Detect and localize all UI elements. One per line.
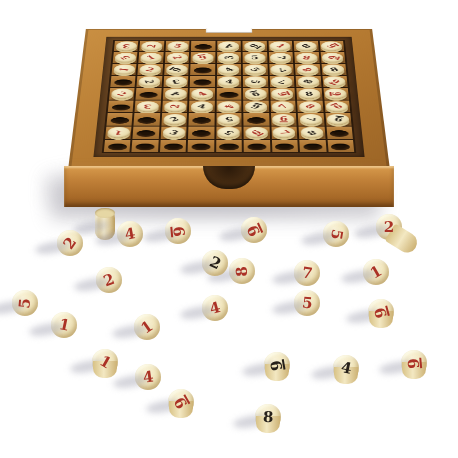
peg-digit: 9: [329, 78, 342, 84]
board-peg[interactable]: 8: [323, 65, 345, 75]
peg-hole: [195, 44, 212, 50]
peg-hole: [140, 92, 158, 98]
cell-r8c7[interactable]: 7: [271, 126, 297, 138]
board-peg[interactable]: 3: [162, 127, 185, 138]
loose-peg-8[interactable]: 8: [229, 258, 255, 284]
board-peg[interactable]: 5: [245, 65, 266, 75]
peg-digit: 6: [170, 225, 186, 237]
board-peg[interactable]: 3: [115, 41, 137, 50]
peg-hole: [136, 144, 155, 151]
board-peg[interactable]: 8: [299, 101, 322, 111]
cell-r5c5[interactable]: [216, 88, 241, 100]
board-peg[interactable]: 2: [164, 101, 186, 111]
board-peg[interactable]: 2: [141, 41, 162, 50]
peg-digit: 2: [384, 220, 394, 235]
peg-digit: 6: [250, 129, 264, 136]
peg-digit: 7: [275, 56, 286, 60]
peg-digit: 8: [301, 67, 314, 72]
peg-digit: 8: [302, 79, 315, 85]
peg-digit: 2: [145, 66, 157, 72]
lid-finger-notch: [206, 28, 252, 33]
peg-digit: 5: [119, 55, 132, 61]
cell-r8c9[interactable]: [326, 126, 353, 138]
peg-hole: [194, 80, 212, 86]
board-well: 3254918651263578912645788234578924496893…: [93, 37, 364, 157]
cell-r1c5[interactable]: 4: [217, 41, 241, 52]
cell-r7c8[interactable]: 7: [298, 113, 324, 125]
peg-digit: 8: [303, 103, 317, 110]
peg-digit: 8: [302, 55, 311, 61]
peg-digit: 6: [325, 43, 338, 49]
cell-r2c9[interactable]: 9: [320, 52, 345, 63]
cell-r4c2[interactable]: 2: [137, 76, 162, 87]
cell-r4c3[interactable]: 3: [163, 76, 188, 87]
peg-digit: 3: [168, 129, 180, 136]
peg-hole: [192, 144, 211, 151]
cell-r9c1[interactable]: [104, 140, 131, 153]
peg-digit: 2: [169, 104, 182, 109]
cell-r5c9[interactable]: 9: [323, 88, 349, 100]
board-peg[interactable]: 4: [191, 89, 213, 99]
board-peg[interactable]: 4: [218, 77, 239, 87]
board-peg[interactable]: 9: [326, 101, 349, 111]
peg-hole: [220, 92, 238, 98]
cell-r4c7[interactable]: 7: [269, 76, 294, 87]
board-peg[interactable]: 2: [166, 53, 187, 63]
cell-r8c8[interactable]: 8: [299, 126, 325, 138]
peg-digit: 8: [234, 265, 250, 277]
board-peg[interactable]: 8: [295, 41, 316, 50]
board-peg[interactable]: 8: [297, 65, 319, 75]
cell-r7c6[interactable]: [244, 113, 270, 125]
peg-digit: 7: [276, 103, 290, 109]
board-peg[interactable]: 9: [324, 77, 346, 87]
loose-peg-9[interactable]: 9: [368, 299, 394, 325]
board-peg[interactable]: 4: [164, 89, 186, 99]
board-peg[interactable]: 8: [298, 89, 320, 99]
loose-peg-4[interactable]: 4: [135, 364, 161, 390]
loose-peg-5[interactable]: 5: [12, 290, 38, 316]
peg-digit: 4: [197, 103, 208, 109]
cell-r1c9[interactable]: 6: [319, 41, 344, 52]
peg-digit: 9: [250, 91, 262, 97]
cell-r5c6[interactable]: 9: [243, 88, 268, 100]
cell-r4c1[interactable]: [110, 76, 136, 87]
loose-peg-4[interactable]: 4: [202, 295, 228, 321]
peg-digit: 9: [269, 359, 286, 372]
cell-r6c7[interactable]: 7: [270, 101, 296, 113]
loose-peg-2[interactable]: 2: [202, 250, 228, 276]
cell-r8c4[interactable]: [188, 126, 214, 138]
peg-digit: 1: [113, 129, 124, 135]
loose-peg-1[interactable]: 1: [134, 314, 160, 340]
board-peg[interactable]: 2: [139, 65, 161, 75]
cell-r9c2[interactable]: [132, 140, 159, 153]
board-peg[interactable]: 1: [140, 53, 162, 63]
cell-r3c7[interactable]: 7: [269, 64, 294, 75]
cell-r5c4[interactable]: 4: [190, 88, 215, 100]
cell-r1c8[interactable]: 8: [294, 41, 319, 52]
cell-r2c1[interactable]: 5: [113, 52, 138, 63]
peg-digit: 7: [305, 117, 317, 121]
board-peg[interactable]: 9: [245, 89, 267, 99]
board-peg[interactable]: 6: [192, 53, 213, 63]
peg-hole: [275, 144, 294, 151]
box-front-face: [64, 166, 394, 207]
loose-peg-1[interactable]: 1: [363, 259, 389, 285]
board-peg[interactable]: 5: [245, 77, 267, 87]
cell-r4c9[interactable]: 9: [322, 76, 348, 87]
peg-digit: 8: [304, 91, 314, 97]
peg-hole: [114, 80, 132, 86]
peg-digit: 1: [57, 317, 70, 334]
board-peg[interactable]: 2: [163, 114, 186, 125]
board-peg[interactable]: 4: [218, 101, 240, 111]
board-peg[interactable]: 7: [271, 65, 293, 75]
cell-r5c7[interactable]: 6: [270, 88, 295, 100]
cell-r7c5[interactable]: 5: [216, 113, 242, 125]
product-photo-wooden-sudoku: 3254918651263578912645788234578924496893…: [0, 0, 458, 458]
peg-hole: [330, 130, 349, 136]
cell-r2c2[interactable]: 1: [139, 52, 164, 63]
peg-digit: 1: [118, 67, 131, 72]
loose-peg-9[interactable]: 9: [401, 350, 427, 376]
cell-r4c8[interactable]: 8: [296, 76, 321, 87]
peg-digit: 7: [275, 66, 287, 72]
cell-r3c8[interactable]: 8: [295, 64, 320, 75]
board-peg[interactable]: 3: [218, 53, 239, 63]
peg-digit: 5: [17, 297, 33, 309]
loose-peg-2[interactable]: 2: [57, 230, 83, 256]
peg-digit: 5: [224, 116, 235, 122]
board-peg[interactable]: 5: [218, 127, 240, 138]
peg-digit: 3: [172, 79, 181, 85]
cell-r3c9[interactable]: 8: [321, 64, 346, 75]
cell-r9c4[interactable]: [188, 140, 214, 153]
peg-digit: 6: [279, 117, 287, 123]
peg-digit: 5: [173, 43, 183, 49]
peg-hole: [164, 144, 183, 151]
peg-hole: [108, 144, 127, 151]
peg-digit: 2: [168, 116, 180, 123]
peg-digit: 7: [301, 265, 313, 281]
loose-peg-8[interactable]: 8: [255, 404, 281, 430]
board-peg[interactable]: 6: [245, 101, 267, 111]
loose-peg-2[interactable]: 2: [96, 267, 122, 293]
cell-r6c6[interactable]: 6: [243, 101, 268, 113]
board-peg[interactable]: 7: [273, 127, 296, 138]
board-peg[interactable]: 5: [167, 41, 188, 50]
board-peg[interactable]: 4: [219, 41, 240, 50]
board-peg[interactable]: 6: [321, 41, 343, 50]
loose-peg-9[interactable]: 9: [168, 389, 194, 415]
front-finger-pull[interactable]: [203, 166, 255, 189]
cell-r7c2[interactable]: [134, 113, 160, 125]
cell-r2c8[interactable]: 8: [294, 52, 319, 63]
peg-digit: 7: [276, 78, 287, 84]
board-peg[interactable]: 9: [244, 41, 265, 50]
board-peg[interactable]: 1: [270, 41, 291, 50]
cell-r2c6[interactable]: 5: [243, 52, 267, 63]
peg-digit: 5: [328, 228, 345, 241]
peg-hole: [194, 68, 212, 74]
peg-digit: 2: [171, 55, 184, 60]
cell-r7c9[interactable]: 9: [325, 113, 351, 125]
peg-digit: 8: [328, 66, 339, 72]
board-peg[interactable]: 4: [218, 65, 239, 75]
loose-peg-4[interactable]: 4: [333, 355, 359, 381]
peg-digit: 9: [248, 43, 261, 49]
cell-r5c8[interactable]: 8: [296, 88, 322, 100]
board-peg[interactable]: 8: [300, 127, 323, 138]
peg-digit: 5: [222, 129, 236, 136]
board-peg[interactable]: 2: [139, 77, 161, 87]
cell-r1c1[interactable]: 3: [114, 41, 139, 52]
cell-r3c6[interactable]: 5: [243, 64, 268, 75]
peg-digit: 8: [300, 43, 313, 49]
peg-digit: 4: [196, 91, 209, 97]
peg-hole: [192, 117, 210, 123]
cell-r6c3[interactable]: 2: [162, 101, 188, 113]
cell-r7c7[interactable]: 6: [271, 113, 297, 125]
peg-digit: 4: [169, 91, 183, 97]
peg-digit: 4: [223, 43, 235, 49]
peg-digit: 9: [333, 116, 343, 122]
cell-r8c1[interactable]: 1: [105, 126, 132, 138]
board-peg[interactable]: 7: [272, 101, 294, 111]
board-peg[interactable]: 9: [325, 89, 348, 99]
cell-r6c1[interactable]: [108, 101, 134, 113]
cell-r2c7[interactable]: 7: [269, 52, 294, 63]
cell-r1c7[interactable]: 1: [268, 41, 292, 52]
board-peg[interactable]: 9: [327, 114, 350, 125]
board-peg[interactable]: 3: [165, 77, 187, 87]
peg-digit: 9: [330, 103, 344, 110]
cell-r4c6[interactable]: 5: [243, 76, 268, 87]
peg-digit: 8: [305, 129, 318, 136]
cell-r8c5[interactable]: 5: [216, 126, 242, 138]
cell-r9c8[interactable]: [299, 140, 326, 153]
board-peg[interactable]: 7: [270, 53, 291, 63]
loose-peg-1[interactable]: 1: [92, 349, 118, 375]
cell-r1c4[interactable]: [191, 41, 215, 52]
cell-r9c6[interactable]: [244, 140, 270, 153]
peg-hole: [111, 104, 130, 110]
peg-digit: 4: [222, 66, 235, 72]
peg-hole: [192, 130, 211, 136]
board-peg[interactable]: 2: [111, 89, 134, 99]
cell-r3c3[interactable]: 6: [164, 64, 189, 75]
cell-r5c2[interactable]: [136, 88, 162, 100]
cell-r7c1[interactable]: [106, 113, 132, 125]
peg-hole: [248, 144, 267, 151]
peg-hole: [138, 117, 157, 123]
peg-hole: [137, 130, 156, 136]
cell-r8c2[interactable]: [133, 126, 159, 138]
cell-r3c2[interactable]: 2: [138, 64, 163, 75]
cell-r8c3[interactable]: 3: [161, 126, 187, 138]
loose-peg-6[interactable]: 6: [165, 218, 191, 244]
cell-r7c3[interactable]: 2: [161, 113, 187, 125]
peg-digit: 4: [224, 79, 233, 85]
cell-r3c4[interactable]: [190, 64, 215, 75]
peg-digit: 9: [326, 55, 339, 60]
cell-r2c4[interactable]: 6: [191, 52, 215, 63]
peg-hole: [303, 144, 322, 151]
peg-digit: 3: [144, 104, 153, 110]
board-peg[interactable]: 6: [166, 65, 188, 75]
cell-r4c5[interactable]: 4: [217, 76, 242, 87]
cell-r3c5[interactable]: 4: [217, 64, 241, 75]
cell-r3c1[interactable]: 1: [111, 64, 136, 75]
peg-digit: 5: [301, 295, 313, 311]
cell-r6c4[interactable]: 4: [189, 101, 214, 113]
peg-digit: 4: [222, 104, 236, 110]
loose-peg-5[interactable]: 5: [323, 221, 349, 247]
board-peg[interactable]: 6: [272, 114, 295, 125]
peg-digit: 9: [406, 357, 422, 369]
peg-digit: 9: [330, 92, 342, 96]
board-peg[interactable]: 1: [107, 127, 130, 138]
peg-digit: 7: [277, 129, 291, 136]
board-peg[interactable]: 8: [297, 77, 319, 87]
board-peg[interactable]: 5: [244, 53, 265, 63]
cell-r1c6[interactable]: 9: [243, 41, 267, 52]
board-peg[interactable]: 4: [191, 101, 213, 111]
cell-r1c2[interactable]: 2: [140, 41, 165, 52]
peg-digit: 2: [146, 44, 158, 48]
peg-hole: [110, 117, 129, 123]
board-peg[interactable]: 5: [114, 53, 136, 63]
peg-digit: 2: [207, 254, 223, 272]
peg-digit: 6: [198, 55, 208, 61]
peg-digit: 1: [145, 55, 157, 61]
board-peg[interactable]: 6: [245, 127, 268, 138]
sudoku-grid: 3254918651263578912645788234578924496893…: [102, 40, 357, 153]
peg-digit: 6: [250, 103, 263, 110]
board-peg[interactable]: 8: [296, 53, 318, 63]
board-peg[interactable]: 6: [271, 89, 293, 99]
peg-digit: 4: [142, 369, 154, 385]
cell-r8c6[interactable]: 6: [244, 126, 270, 138]
cell-r2c5[interactable]: 3: [217, 52, 241, 63]
peg-digit: 1: [274, 43, 287, 49]
cell-r5c3[interactable]: 4: [163, 88, 188, 100]
cell-r1c3[interactable]: 5: [165, 41, 189, 52]
loose-peg-5[interactable]: 5: [294, 290, 320, 316]
peg-digit: 6: [170, 67, 183, 73]
cell-r6c5[interactable]: 4: [216, 101, 241, 113]
peg-digit: 5: [251, 55, 259, 60]
board-peg[interactable]: 7: [300, 114, 323, 125]
board-peg[interactable]: 3: [137, 101, 160, 111]
cell-r9c5[interactable]: [216, 140, 242, 153]
loose-peg-7[interactable]: 7: [294, 260, 320, 286]
loose-peg-1[interactable]: 1: [51, 312, 77, 338]
peg-digit: 2: [143, 79, 156, 84]
board-peg[interactable]: 9: [322, 53, 344, 63]
board-peg[interactable]: 1: [113, 65, 135, 75]
peg-digit: 5: [248, 66, 261, 72]
peg-digit: 9: [245, 222, 263, 238]
cell-r6c2[interactable]: 3: [135, 101, 161, 113]
cell-r9c9[interactable]: [327, 140, 354, 153]
peg-digit: 3: [122, 44, 130, 49]
cell-r9c3[interactable]: [160, 140, 187, 153]
peg-digit: 6: [276, 91, 289, 96]
cell-r6c9[interactable]: 9: [324, 101, 350, 113]
peg-digit: 4: [124, 226, 137, 243]
board-peg[interactable]: 5: [218, 114, 240, 125]
sudoku-board-top: 3254918651263578912645788234578924496893…: [68, 29, 390, 170]
board-peg[interactable]: 7: [271, 77, 293, 87]
loose-peg-4[interactable]: 4: [117, 221, 143, 247]
loose-peg-9[interactable]: 9: [264, 352, 290, 378]
peg-hole: [331, 144, 350, 151]
cell-r4c4[interactable]: [190, 76, 215, 87]
cell-r6c8[interactable]: 8: [297, 101, 323, 113]
peg-hole: [247, 117, 265, 123]
cell-r7c4[interactable]: [189, 113, 215, 125]
loose-peg-2[interactable]: 2: [376, 214, 402, 240]
cell-r5c1[interactable]: 2: [109, 88, 135, 100]
cell-r2c3[interactable]: 2: [165, 52, 190, 63]
peg-digit: 2: [116, 91, 129, 97]
loose-peg-9[interactable]: 9: [241, 217, 267, 243]
peg-digit: 8: [262, 409, 273, 425]
cell-r9c7[interactable]: [272, 140, 299, 153]
peg-hole: [220, 144, 239, 151]
peg-digit: 5: [249, 79, 262, 84]
peg-digit: 3: [223, 55, 235, 59]
